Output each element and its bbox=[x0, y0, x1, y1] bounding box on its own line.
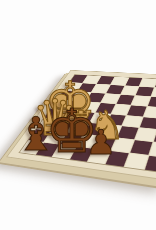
board-square bbox=[135, 128, 156, 141]
board-square bbox=[140, 78, 156, 87]
black-pawn-piece[interactable]: ♟ bbox=[86, 125, 116, 159]
chess-set-photo: ♚♛♜♞♚♝♟ bbox=[0, 0, 156, 230]
board-square bbox=[140, 117, 156, 129]
board-square bbox=[144, 106, 156, 117]
